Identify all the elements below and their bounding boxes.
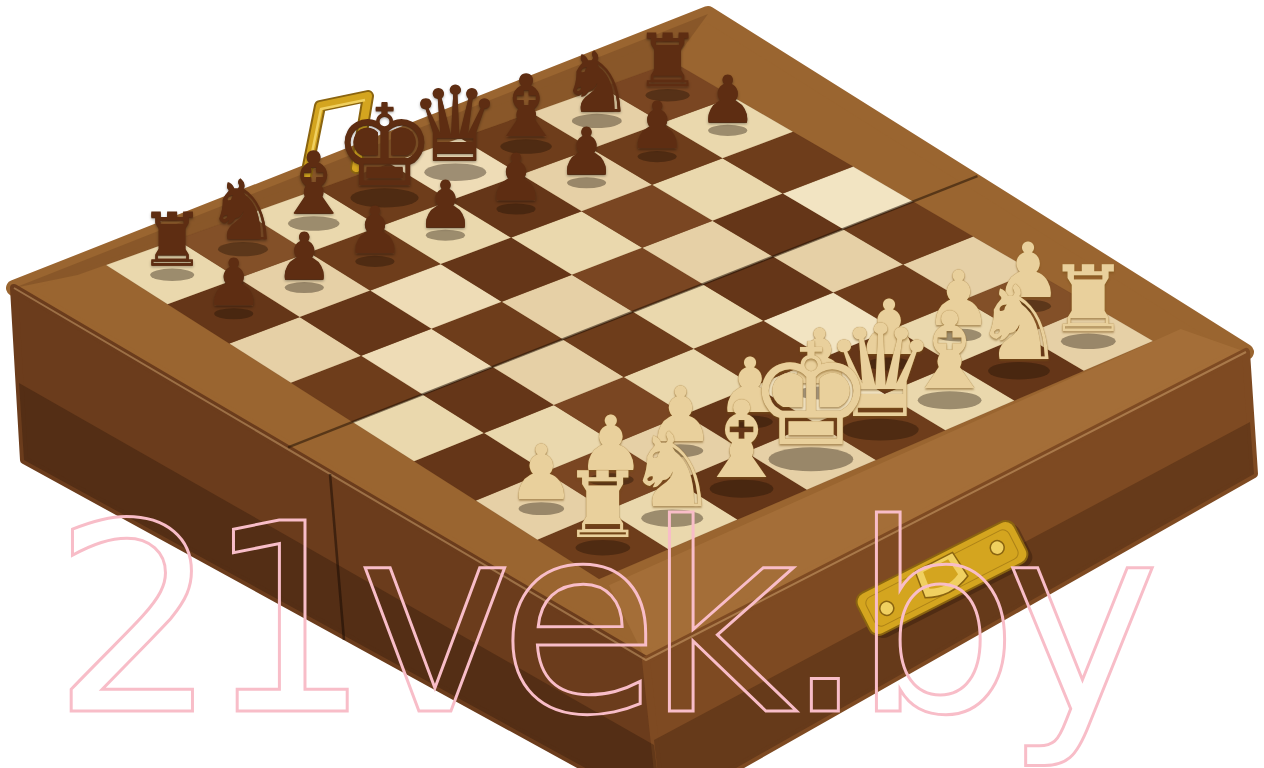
piece-black-pawn-b7: ♟ [272, 224, 337, 289]
piece-black-pawn-h7: ♟ [695, 67, 760, 132]
product-photo: ♜♞♝♚♛♝♞♜♟♟♟♟♟♟♟♟♟♟♟♟♟♟♟♟♜♞♝♚♛♝♞♜ 21vek.b… [0, 0, 1264, 768]
piece-black-pawn-e7: ♟ [483, 145, 548, 210]
piece-black-pawn-f7: ♟ [554, 119, 619, 184]
piece-black-pawn-d7: ♟ [413, 172, 478, 237]
piece-black-pawn-a7: ♟ [201, 250, 266, 315]
piece-white-rook-a1: ♜ [557, 460, 648, 551]
piece-black-pawn-g7: ♟ [625, 93, 690, 158]
pieces-layer: ♜♞♝♚♛♝♞♜♟♟♟♟♟♟♟♟♟♟♟♟♟♟♟♟♜♞♝♚♛♝♞♜ [0, 0, 1264, 768]
piece-black-pawn-c7: ♟ [342, 198, 407, 263]
piece-black-rook-a8: ♜ [135, 203, 209, 277]
